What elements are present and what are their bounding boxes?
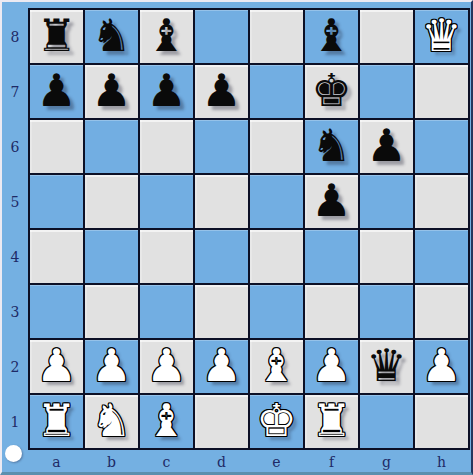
rank-labels: 8 7 6 5 4 3 2 1 xyxy=(2,10,28,448)
rank-label-6: 6 xyxy=(2,120,28,173)
square-b8[interactable]: ♞ xyxy=(85,10,138,63)
square-h4[interactable] xyxy=(415,230,468,283)
square-g6[interactable]: ♟ xyxy=(360,120,413,173)
square-c5[interactable] xyxy=(140,175,193,228)
square-f4[interactable] xyxy=(305,230,358,283)
square-e2[interactable]: ♝ xyxy=(250,340,303,393)
square-b4[interactable] xyxy=(85,230,138,283)
piece-black-pawn: ♟ xyxy=(91,64,131,117)
square-f1[interactable]: ♜ xyxy=(305,395,358,448)
board-grid: ♜♞♝♝♛♟♟♟♟♚♞♟♟♟♟♟♟♝♟♛♟♜♞♝♚♜ xyxy=(28,8,470,450)
square-d5[interactable] xyxy=(195,175,248,228)
square-a8[interactable]: ♜ xyxy=(30,10,83,63)
square-b6[interactable] xyxy=(85,120,138,173)
piece-black-rook: ♜ xyxy=(36,9,76,62)
square-d2[interactable]: ♟ xyxy=(195,340,248,393)
square-f3[interactable] xyxy=(305,285,358,338)
piece-black-knight: ♞ xyxy=(91,9,131,62)
square-g7[interactable] xyxy=(360,65,413,118)
square-c3[interactable] xyxy=(140,285,193,338)
rank-label-7: 7 xyxy=(2,65,28,118)
square-f7[interactable]: ♚ xyxy=(305,65,358,118)
square-g3[interactable] xyxy=(360,285,413,338)
piece-white-queen: ♛ xyxy=(421,9,461,62)
square-e5[interactable] xyxy=(250,175,303,228)
square-c8[interactable]: ♝ xyxy=(140,10,193,63)
square-d7[interactable]: ♟ xyxy=(195,65,248,118)
square-b3[interactable] xyxy=(85,285,138,338)
square-b1[interactable]: ♞ xyxy=(85,395,138,448)
square-a6[interactable] xyxy=(30,120,83,173)
square-a2[interactable]: ♟ xyxy=(30,340,83,393)
square-e6[interactable] xyxy=(250,120,303,173)
square-g4[interactable] xyxy=(360,230,413,283)
piece-white-pawn: ♟ xyxy=(146,339,186,392)
file-label-b: b xyxy=(85,450,138,474)
file-label-h: h xyxy=(415,450,468,474)
piece-white-knight: ♞ xyxy=(91,394,131,447)
square-b2[interactable]: ♟ xyxy=(85,340,138,393)
square-h3[interactable] xyxy=(415,285,468,338)
piece-black-king: ♚ xyxy=(311,64,351,117)
square-a3[interactable] xyxy=(30,285,83,338)
square-d6[interactable] xyxy=(195,120,248,173)
square-f5[interactable]: ♟ xyxy=(305,175,358,228)
file-label-d: d xyxy=(195,450,248,474)
piece-black-queen: ♛ xyxy=(366,339,406,392)
piece-white-king: ♚ xyxy=(256,394,296,447)
piece-black-pawn: ♟ xyxy=(201,64,241,117)
piece-white-bishop: ♝ xyxy=(146,394,186,447)
square-f2[interactable]: ♟ xyxy=(305,340,358,393)
square-a7[interactable]: ♟ xyxy=(30,65,83,118)
square-e1[interactable]: ♚ xyxy=(250,395,303,448)
file-labels: a b c d e f g h xyxy=(30,450,468,474)
square-a5[interactable] xyxy=(30,175,83,228)
square-c2[interactable]: ♟ xyxy=(140,340,193,393)
rank-label-4: 4 xyxy=(2,230,28,283)
square-h6[interactable] xyxy=(415,120,468,173)
white-to-move-indicator xyxy=(5,445,22,462)
file-label-a: a xyxy=(30,450,83,474)
piece-white-pawn: ♟ xyxy=(201,339,241,392)
square-c6[interactable] xyxy=(140,120,193,173)
square-h1[interactable] xyxy=(415,395,468,448)
rank-label-5: 5 xyxy=(2,175,28,228)
piece-white-rook: ♜ xyxy=(311,394,351,447)
piece-white-pawn: ♟ xyxy=(91,339,131,392)
file-label-e: e xyxy=(250,450,303,474)
square-g8[interactable] xyxy=(360,10,413,63)
piece-white-bishop: ♝ xyxy=(256,339,296,392)
piece-black-bishop: ♝ xyxy=(311,9,351,62)
square-d1[interactable] xyxy=(195,395,248,448)
piece-black-knight: ♞ xyxy=(311,119,351,172)
square-f8[interactable]: ♝ xyxy=(305,10,358,63)
piece-black-pawn: ♟ xyxy=(146,64,186,117)
piece-black-bishop: ♝ xyxy=(146,9,186,62)
piece-white-pawn: ♟ xyxy=(36,339,76,392)
square-h8[interactable]: ♛ xyxy=(415,10,468,63)
piece-white-pawn: ♟ xyxy=(421,339,461,392)
square-e8[interactable] xyxy=(250,10,303,63)
square-g2[interactable]: ♛ xyxy=(360,340,413,393)
square-g1[interactable] xyxy=(360,395,413,448)
square-c4[interactable] xyxy=(140,230,193,283)
square-c7[interactable]: ♟ xyxy=(140,65,193,118)
rank-label-8: 8 xyxy=(2,10,28,63)
file-label-f: f xyxy=(305,450,358,474)
piece-black-pawn: ♟ xyxy=(366,119,406,172)
piece-black-pawn: ♟ xyxy=(311,174,351,227)
square-a4[interactable] xyxy=(30,230,83,283)
square-h2[interactable]: ♟ xyxy=(415,340,468,393)
square-e7[interactable] xyxy=(250,65,303,118)
square-f6[interactable]: ♞ xyxy=(305,120,358,173)
piece-white-pawn: ♟ xyxy=(311,339,351,392)
square-h7[interactable] xyxy=(415,65,468,118)
square-b5[interactable] xyxy=(85,175,138,228)
square-g5[interactable] xyxy=(360,175,413,228)
piece-white-rook: ♜ xyxy=(36,394,76,447)
file-label-c: c xyxy=(140,450,193,474)
square-a1[interactable]: ♜ xyxy=(30,395,83,448)
square-b7[interactable]: ♟ xyxy=(85,65,138,118)
square-d8[interactable] xyxy=(195,10,248,63)
rank-label-1: 1 xyxy=(2,395,28,448)
file-label-g: g xyxy=(360,450,413,474)
square-c1[interactable]: ♝ xyxy=(140,395,193,448)
rank-label-2: 2 xyxy=(2,340,28,393)
piece-black-pawn: ♟ xyxy=(36,64,76,117)
square-e4[interactable] xyxy=(250,230,303,283)
rank-label-3: 3 xyxy=(2,285,28,338)
chess-board: 8 7 6 5 4 3 2 1 ♜♞♝♝♛♟♟♟♟♚♞♟♟♟♟♟♟♝♟♛♟♜♞♝… xyxy=(0,0,473,475)
square-e3[interactable] xyxy=(250,285,303,338)
square-d4[interactable] xyxy=(195,230,248,283)
square-d3[interactable] xyxy=(195,285,248,338)
square-h5[interactable] xyxy=(415,175,468,228)
